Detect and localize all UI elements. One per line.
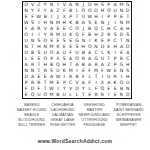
word-list-column-1: BASENJIBASSET HOUNDBEAGLEBLOODHOUNDBULL …	[17, 103, 47, 128]
word-list-item: IRISH SETTER	[50, 123, 76, 128]
site-url: www.WordSearchAddict.com	[0, 138, 150, 144]
word-list-column-3: KEESHONDMASTIFFNEWFOUNDLANDOTTERHOUNDPEK…	[78, 103, 110, 128]
word-list-item: PEKINGESE	[78, 123, 110, 128]
grid-cell-r16c17: D	[125, 92, 131, 98]
word-list-column-2: CHIHUAHUADACHSHUNDDALMATIANGREAT DANEIRI…	[50, 103, 76, 128]
word-list-item: BULL TERRIER	[17, 123, 47, 128]
word-search-grid-border: DVZYNIVANJDHSPAMGNYFYAZFBLOODHOUNDEFWBIJ…	[22, 1, 132, 99]
word-list-column-4: POMERANIANSAINT BERNARDSCHIPPERKEWEIMARA…	[113, 103, 143, 128]
word-list-item: WHIPPET	[113, 123, 143, 128]
word-search-grid: DVZYNIVANJDHSPAMGNYFYAZFBLOODHOUNDEFWBIJ…	[23, 2, 131, 98]
word-search-page: DVZYNIVANJDHSPAMGNYFYAZFBLOODHOUNDEFWBIJ…	[0, 0, 150, 150]
word-list: BASENJIBASSET HOUNDBEAGLEBLOODHOUNDBULL …	[17, 103, 138, 128]
